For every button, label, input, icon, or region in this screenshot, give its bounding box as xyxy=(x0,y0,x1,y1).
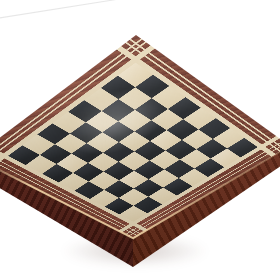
photo-scene xyxy=(0,0,280,280)
backdrop-crease-line xyxy=(0,0,125,19)
